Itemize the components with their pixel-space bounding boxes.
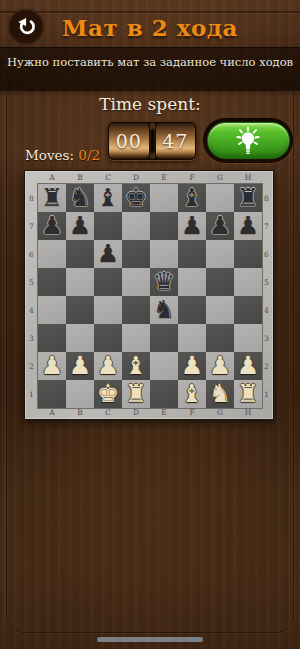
square-h1[interactable]: ♜ xyxy=(234,380,262,408)
square-b7[interactable]: ♟ xyxy=(66,212,94,240)
square-f8[interactable]: ♝ xyxy=(178,184,206,212)
piece-white-pawn[interactable]: ♟ xyxy=(94,352,122,380)
chess-board: ABCDEFGH ABCDEFGH 87654321 87654321 ♜♞♝♚… xyxy=(24,170,274,420)
square-e7[interactable] xyxy=(150,212,178,240)
coord-label-4: 4 xyxy=(25,296,38,324)
square-e3[interactable] xyxy=(150,324,178,352)
piece-black-rook[interactable]: ♜ xyxy=(234,184,262,212)
square-d3[interactable] xyxy=(122,324,150,352)
square-f3[interactable] xyxy=(178,324,206,352)
square-g4[interactable] xyxy=(206,296,234,324)
timer-widget: 00 47 xyxy=(108,122,196,160)
square-g2[interactable]: ♟ xyxy=(206,352,234,380)
square-a4[interactable] xyxy=(38,296,66,324)
piece-black-knight[interactable]: ♞ xyxy=(150,296,178,324)
square-c4[interactable] xyxy=(94,296,122,324)
piece-white-rook[interactable]: ♜ xyxy=(122,380,150,408)
app-background: Мат в 2 хода Нужно поставить мат за зада… xyxy=(0,0,300,649)
piece-white-rook[interactable]: ♜ xyxy=(234,380,262,408)
square-a3[interactable] xyxy=(38,324,66,352)
square-a6[interactable] xyxy=(38,240,66,268)
piece-white-pawn[interactable]: ♟ xyxy=(234,352,262,380)
piece-black-king[interactable]: ♚ xyxy=(122,184,150,212)
coord-label-5: 5 xyxy=(25,268,38,296)
square-f1[interactable]: ♝ xyxy=(178,380,206,408)
piece-black-bishop[interactable]: ♝ xyxy=(178,184,206,212)
square-h6[interactable] xyxy=(234,240,262,268)
moves-value: 0/2 xyxy=(78,147,100,163)
square-h4[interactable] xyxy=(234,296,262,324)
square-b5[interactable] xyxy=(66,268,94,296)
moves-counter: Moves: 0/2 xyxy=(25,147,100,163)
piece-black-rook[interactable]: ♜ xyxy=(38,184,66,212)
square-g8[interactable] xyxy=(206,184,234,212)
piece-black-pawn[interactable]: ♟ xyxy=(178,212,206,240)
puzzle-description: Нужно поставить мат за заданное число хо… xyxy=(0,55,300,69)
square-d1[interactable]: ♜ xyxy=(122,380,150,408)
square-h2[interactable]: ♟ xyxy=(234,352,262,380)
piece-black-pawn[interactable]: ♟ xyxy=(206,212,234,240)
square-e5[interactable]: ♛ xyxy=(150,268,178,296)
square-a7[interactable]: ♟ xyxy=(38,212,66,240)
coord-label-2: 2 xyxy=(25,352,38,380)
square-a8[interactable]: ♜ xyxy=(38,184,66,212)
square-d8[interactable]: ♚ xyxy=(122,184,150,212)
hint-button-recess xyxy=(203,118,293,163)
lightbulb-icon xyxy=(234,126,262,156)
board-grid: ♜♞♝♚♝♜♟♟♟♟♟♟♛♞♟♟♟♝♟♟♟♚♜♝♞♜ xyxy=(38,184,262,408)
piece-white-pawn[interactable]: ♟ xyxy=(178,352,206,380)
square-g3[interactable] xyxy=(206,324,234,352)
square-h8[interactable]: ♜ xyxy=(234,184,262,212)
coord-label-7: 7 xyxy=(25,212,38,240)
piece-white-pawn[interactable]: ♟ xyxy=(38,352,66,380)
square-b4[interactable] xyxy=(66,296,94,324)
square-f7[interactable]: ♟ xyxy=(178,212,206,240)
square-a5[interactable] xyxy=(38,268,66,296)
piece-black-pawn[interactable]: ♟ xyxy=(66,212,94,240)
square-g5[interactable] xyxy=(206,268,234,296)
square-d6[interactable] xyxy=(122,240,150,268)
coord-label-6: 6 xyxy=(25,240,38,268)
coord-label-8: 8 xyxy=(25,184,38,212)
timer-seconds: 47 xyxy=(156,123,196,159)
square-c8[interactable]: ♝ xyxy=(94,184,122,212)
square-c6[interactable]: ♟ xyxy=(94,240,122,268)
coord-label-e: E xyxy=(150,171,178,184)
square-c1[interactable]: ♚ xyxy=(94,380,122,408)
coord-label-1: 1 xyxy=(25,380,38,408)
home-indicator[interactable] xyxy=(97,637,203,642)
square-e4[interactable]: ♞ xyxy=(150,296,178,324)
square-d7[interactable] xyxy=(122,212,150,240)
square-f2[interactable]: ♟ xyxy=(178,352,206,380)
timer-divider xyxy=(150,123,155,159)
square-f5[interactable] xyxy=(178,268,206,296)
square-f4[interactable] xyxy=(178,296,206,324)
rank-labels-left: 87654321 xyxy=(25,184,38,408)
square-f6[interactable] xyxy=(178,240,206,268)
square-b8[interactable]: ♞ xyxy=(66,184,94,212)
piece-black-knight[interactable]: ♞ xyxy=(66,184,94,212)
piece-white-king[interactable]: ♚ xyxy=(94,380,122,408)
square-h7[interactable]: ♟ xyxy=(234,212,262,240)
piece-white-bishop[interactable]: ♝ xyxy=(178,380,206,408)
piece-white-bishop[interactable]: ♝ xyxy=(122,352,150,380)
hint-button[interactable] xyxy=(207,122,290,159)
square-a2[interactable]: ♟ xyxy=(38,352,66,380)
square-b6[interactable] xyxy=(66,240,94,268)
piece-black-queen[interactable]: ♛ xyxy=(150,268,178,296)
square-g6[interactable] xyxy=(206,240,234,268)
piece-white-knight[interactable]: ♞ xyxy=(206,380,234,408)
square-e6[interactable] xyxy=(150,240,178,268)
square-d5[interactable] xyxy=(122,268,150,296)
coord-label-3: 3 xyxy=(25,324,38,352)
subtitle-band: Нужно поставить мат за заданное число хо… xyxy=(0,47,300,92)
square-d4[interactable] xyxy=(122,296,150,324)
square-e8[interactable] xyxy=(150,184,178,212)
square-b2[interactable]: ♟ xyxy=(66,352,94,380)
square-e1[interactable] xyxy=(150,380,178,408)
timer-minutes: 00 xyxy=(109,123,149,159)
square-h3[interactable] xyxy=(234,324,262,352)
square-e2[interactable] xyxy=(150,352,178,380)
piece-black-pawn[interactable]: ♟ xyxy=(234,212,262,240)
square-g7[interactable]: ♟ xyxy=(206,212,234,240)
square-c7[interactable] xyxy=(94,212,122,240)
piece-black-pawn[interactable]: ♟ xyxy=(38,212,66,240)
piece-black-pawn[interactable]: ♟ xyxy=(94,240,122,268)
piece-white-pawn[interactable]: ♟ xyxy=(66,352,94,380)
piece-black-bishop[interactable]: ♝ xyxy=(94,184,122,212)
moves-label: Moves: xyxy=(25,147,74,163)
square-a1[interactable] xyxy=(38,380,66,408)
square-d2[interactable]: ♝ xyxy=(122,352,150,380)
wood-seam-line xyxy=(0,11,300,13)
time-spent-label: Time spent: xyxy=(0,94,300,114)
square-b1[interactable] xyxy=(66,380,94,408)
square-g1[interactable]: ♞ xyxy=(206,380,234,408)
piece-white-pawn[interactable]: ♟ xyxy=(206,352,234,380)
coord-label-g: G xyxy=(206,171,234,184)
square-c3[interactable] xyxy=(94,324,122,352)
square-c5[interactable] xyxy=(94,268,122,296)
square-c2[interactable]: ♟ xyxy=(94,352,122,380)
page-title: Мат в 2 хода xyxy=(0,14,300,41)
square-b3[interactable] xyxy=(66,324,94,352)
square-h5[interactable] xyxy=(234,268,262,296)
